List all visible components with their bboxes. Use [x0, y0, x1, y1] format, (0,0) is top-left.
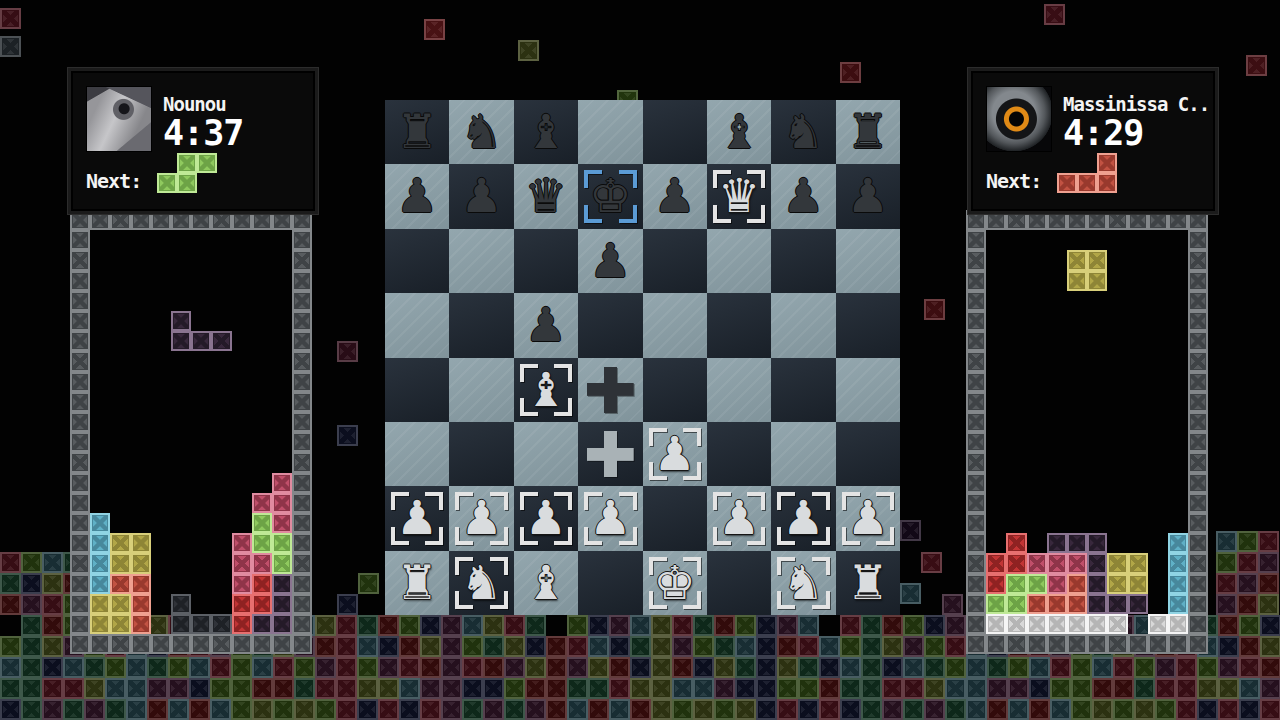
bg-block	[735, 636, 756, 657]
stack-block	[211, 614, 231, 634]
bg-block	[105, 678, 126, 699]
bg-block	[126, 699, 147, 720]
stack-block	[90, 513, 110, 533]
bg-block	[1155, 699, 1176, 720]
bg-block	[126, 678, 147, 699]
cross-marker	[587, 367, 633, 413]
bg-block	[630, 657, 651, 678]
bg-block	[378, 657, 399, 678]
bg-block	[483, 678, 504, 699]
stack-block	[131, 553, 151, 573]
bg-block	[399, 657, 420, 678]
bg-block	[1218, 615, 1239, 636]
bg-block	[1197, 699, 1218, 720]
square-f5[interactable]	[707, 293, 771, 357]
white-rook[interactable]: ♜	[385, 551, 449, 615]
bg-block	[693, 636, 714, 657]
white-rook[interactable]: ♜	[836, 551, 900, 615]
stack-block	[232, 533, 252, 553]
stack-block	[272, 594, 292, 614]
bg-block	[147, 699, 168, 720]
square-g5[interactable]	[771, 293, 835, 357]
square-c1[interactable]: ♝	[514, 551, 578, 615]
stack-block	[232, 614, 252, 634]
bg-block	[1176, 657, 1197, 678]
stack-block	[1006, 553, 1026, 573]
stack-block	[1067, 553, 1087, 573]
square-f7[interactable]: ♛	[707, 164, 771, 228]
bg-block	[357, 678, 378, 699]
bg-block	[861, 615, 882, 636]
white-bishop[interactable]: ♝	[514, 551, 578, 615]
next-piece-block	[1097, 153, 1117, 173]
square-d2[interactable]: ♟	[578, 486, 642, 550]
bg-block	[1258, 594, 1279, 615]
square-b8[interactable]: ♞	[449, 100, 513, 164]
bg-block	[798, 657, 819, 678]
bg-block	[210, 678, 231, 699]
selection-brackets	[455, 492, 507, 544]
wall-block	[70, 271, 90, 291]
bg-block	[756, 678, 777, 699]
square-g7[interactable]: ♟	[771, 164, 835, 228]
bg-block	[1071, 678, 1092, 699]
bg-block	[1216, 594, 1237, 615]
bg-block	[504, 657, 525, 678]
square-a6[interactable]	[385, 229, 449, 293]
square-f1[interactable]	[707, 551, 771, 615]
bg-block	[609, 615, 630, 636]
selection-brackets	[584, 170, 636, 222]
bg-block	[273, 657, 294, 678]
square-f6[interactable]	[707, 229, 771, 293]
square-a7[interactable]: ♟	[385, 164, 449, 228]
bg-block	[840, 636, 861, 657]
square-b2[interactable]: ♟	[449, 486, 513, 550]
square-c8[interactable]: ♝	[514, 100, 578, 164]
bg-block	[378, 636, 399, 657]
player-panel-right: Massinissa C... 4:29 Next:	[968, 68, 1218, 214]
bg-block	[315, 615, 336, 636]
square-c6[interactable]	[514, 229, 578, 293]
bg-block	[189, 657, 210, 678]
bg-block	[1134, 657, 1155, 678]
stack-block	[1107, 553, 1127, 573]
bg-block	[63, 699, 84, 720]
player-name-right: Massinissa C...	[1063, 93, 1209, 115]
square-a1[interactable]: ♜	[385, 551, 449, 615]
wall-block	[292, 412, 312, 432]
black-rook[interactable]: ♜	[385, 100, 449, 164]
wall-block	[70, 412, 90, 432]
bg-block	[1092, 699, 1113, 720]
stack-block	[1006, 614, 1026, 634]
bg-block	[42, 552, 63, 573]
square-g1[interactable]: ♞	[771, 551, 835, 615]
falling-piece-block[interactable]	[1067, 271, 1087, 291]
next-piece-block	[197, 153, 217, 173]
stack-block	[1006, 533, 1026, 553]
bg-block	[735, 615, 756, 636]
stack-block	[1027, 574, 1047, 594]
wall-block	[211, 634, 231, 654]
bg-block	[882, 678, 903, 699]
falling-piece-block[interactable]	[191, 331, 211, 351]
square-e3[interactable]: ♟	[643, 422, 707, 486]
wall-block	[70, 574, 90, 594]
stack-block	[131, 614, 151, 634]
wall-block	[292, 372, 312, 392]
stack-block	[90, 574, 110, 594]
bg-block	[630, 678, 651, 699]
bg-block	[714, 636, 735, 657]
black-bishop[interactable]: ♝	[707, 100, 771, 164]
bg-block	[672, 615, 693, 636]
bg-block	[588, 678, 609, 699]
bg-block	[840, 657, 861, 678]
bg-block	[651, 615, 672, 636]
bg-block	[1239, 636, 1260, 657]
wall-block	[1188, 533, 1208, 553]
square-h2[interactable]: ♟	[836, 486, 900, 550]
bg-block	[1050, 699, 1071, 720]
bg-block	[1155, 657, 1176, 678]
square-e5[interactable]	[643, 293, 707, 357]
square-a8[interactable]: ♜	[385, 100, 449, 164]
stack-block	[131, 574, 151, 594]
black-bishop[interactable]: ♝	[514, 100, 578, 164]
bg-block	[1008, 699, 1029, 720]
bg-block	[168, 699, 189, 720]
bg-block	[441, 657, 462, 678]
stack-block	[110, 553, 130, 573]
wall-block	[252, 634, 272, 654]
bg-block	[0, 636, 21, 657]
bg-block	[966, 699, 987, 720]
bg-block	[337, 425, 358, 446]
wall-block	[966, 533, 986, 553]
bg-block	[483, 615, 504, 636]
wall-block	[131, 634, 151, 654]
square-e7[interactable]: ♟	[643, 164, 707, 228]
bg-block	[609, 699, 630, 720]
bg-block	[168, 678, 189, 699]
bg-block	[84, 699, 105, 720]
bg-block	[921, 552, 942, 573]
bg-block	[567, 615, 588, 636]
black-knight[interactable]: ♞	[449, 100, 513, 164]
next-piece-block	[1057, 173, 1077, 193]
bg-block	[42, 678, 63, 699]
square-e6[interactable]	[643, 229, 707, 293]
square-e4[interactable]	[643, 358, 707, 422]
stack-block	[110, 574, 130, 594]
wall-block	[1027, 634, 1047, 654]
bg-block	[525, 615, 546, 636]
bg-block	[21, 573, 42, 594]
black-rook[interactable]: ♜	[836, 100, 900, 164]
bg-block	[210, 699, 231, 720]
bg-block	[399, 678, 420, 699]
square-d1[interactable]	[578, 551, 642, 615]
square-d5[interactable]	[578, 293, 642, 357]
selection-brackets	[777, 557, 829, 609]
bg-block	[777, 678, 798, 699]
stack-block	[191, 614, 211, 634]
bg-block	[231, 657, 252, 678]
stack-block	[1107, 614, 1127, 634]
bg-block	[651, 699, 672, 720]
square-h4[interactable]	[836, 358, 900, 422]
stack-block	[110, 533, 130, 553]
wall-block	[966, 553, 986, 573]
bg-block	[420, 615, 441, 636]
stack-block	[986, 614, 1006, 634]
bg-block	[462, 699, 483, 720]
selection-brackets	[649, 428, 701, 480]
bg-block	[0, 657, 21, 678]
bg-block	[168, 657, 189, 678]
bg-block	[518, 40, 539, 61]
square-b5[interactable]	[449, 293, 513, 357]
square-c7[interactable]: ♛	[514, 164, 578, 228]
bg-block	[546, 699, 567, 720]
square-c3[interactable]	[514, 422, 578, 486]
wall-block	[1188, 311, 1208, 331]
square-g6[interactable]	[771, 229, 835, 293]
square-b7[interactable]: ♟	[449, 164, 513, 228]
wall-block	[1107, 634, 1127, 654]
bg-block	[693, 699, 714, 720]
falling-piece-block[interactable]	[171, 311, 191, 331]
bg-block	[504, 615, 525, 636]
bg-block	[378, 615, 399, 636]
stack-block	[272, 553, 292, 573]
square-a2[interactable]: ♟	[385, 486, 449, 550]
stack-block	[1027, 553, 1047, 573]
bg-block	[337, 594, 358, 615]
bg-block	[315, 636, 336, 657]
bg-block	[1260, 615, 1280, 636]
black-pawn[interactable]: ♟	[449, 164, 513, 228]
black-pawn[interactable]: ♟	[836, 164, 900, 228]
wall-block	[292, 513, 312, 533]
bg-block	[358, 573, 379, 594]
square-d6[interactable]: ♟	[578, 229, 642, 293]
wall-block	[966, 634, 986, 654]
bg-block	[252, 657, 273, 678]
square-b6[interactable]	[449, 229, 513, 293]
bg-block	[1044, 4, 1065, 25]
bg-block	[945, 657, 966, 678]
bg-block	[1050, 678, 1071, 699]
square-a4[interactable]	[385, 358, 449, 422]
bg-block	[420, 699, 441, 720]
wall-block	[292, 493, 312, 513]
bg-block	[336, 699, 357, 720]
bg-block	[1237, 531, 1258, 552]
bg-block	[945, 678, 966, 699]
square-b4[interactable]	[449, 358, 513, 422]
bg-block	[252, 678, 273, 699]
square-d3[interactable]	[578, 422, 642, 486]
bg-block	[504, 699, 525, 720]
wall-block	[292, 553, 312, 573]
square-b1[interactable]: ♞	[449, 551, 513, 615]
square-d8[interactable]	[578, 100, 642, 164]
stack-block	[110, 594, 130, 614]
stack-block	[252, 513, 272, 533]
bg-block	[462, 636, 483, 657]
bg-block	[105, 699, 126, 720]
square-g4[interactable]	[771, 358, 835, 422]
square-h8[interactable]: ♜	[836, 100, 900, 164]
wall-block	[966, 392, 986, 412]
stack-block	[252, 533, 272, 553]
bg-block	[0, 573, 21, 594]
square-h7[interactable]: ♟	[836, 164, 900, 228]
black-pawn[interactable]: ♟	[771, 164, 835, 228]
stack-block	[252, 493, 272, 513]
bg-block	[546, 678, 567, 699]
bg-block	[567, 636, 588, 657]
square-a5[interactable]	[385, 293, 449, 357]
square-e1[interactable]: ♚	[643, 551, 707, 615]
bg-block	[1216, 531, 1237, 552]
bg-block	[924, 678, 945, 699]
wall-block	[70, 493, 90, 513]
bg-block	[840, 62, 861, 83]
bg-block	[1029, 678, 1050, 699]
black-pawn[interactable]: ♟	[643, 164, 707, 228]
bg-block	[42, 594, 63, 615]
square-f4[interactable]	[707, 358, 771, 422]
wall-block	[70, 331, 90, 351]
wall-block	[966, 311, 986, 331]
square-g2[interactable]: ♟	[771, 486, 835, 550]
bg-block	[861, 699, 882, 720]
bg-block	[336, 678, 357, 699]
wall-block	[966, 614, 986, 634]
bg-block	[777, 636, 798, 657]
wall-block	[1188, 614, 1208, 634]
black-pawn[interactable]: ♟	[514, 293, 578, 357]
stack-block	[131, 594, 151, 614]
bg-block	[924, 699, 945, 720]
wall-block	[292, 634, 312, 654]
next-piece-preview-right	[1057, 153, 1137, 203]
stack-block	[272, 533, 292, 553]
stack-block	[232, 574, 252, 594]
bg-block	[756, 636, 777, 657]
bg-block	[273, 699, 294, 720]
square-e2[interactable]	[643, 486, 707, 550]
square-f3[interactable]	[707, 422, 771, 486]
avatar-left	[86, 86, 152, 152]
black-knight[interactable]: ♞	[771, 100, 835, 164]
black-pawn[interactable]: ♟	[578, 229, 642, 293]
square-h3[interactable]	[836, 422, 900, 486]
square-h1[interactable]: ♜	[836, 551, 900, 615]
wall-block	[292, 614, 312, 634]
bg-block	[294, 699, 315, 720]
falling-piece-block[interactable]	[211, 331, 231, 351]
falling-piece-block[interactable]	[1067, 250, 1087, 270]
wall-block	[70, 372, 90, 392]
bg-block	[1113, 699, 1134, 720]
square-h5[interactable]	[836, 293, 900, 357]
wall-block	[1006, 634, 1026, 654]
bg-block	[1260, 636, 1280, 657]
bg-block	[1218, 636, 1239, 657]
bg-block	[357, 657, 378, 678]
bg-block	[441, 699, 462, 720]
wall-block	[1067, 634, 1087, 654]
falling-piece-block[interactable]	[171, 331, 191, 351]
bg-block	[924, 615, 945, 636]
bg-block	[0, 594, 21, 615]
square-b3[interactable]	[449, 422, 513, 486]
square-c4[interactable]: ♝	[514, 358, 578, 422]
stack-block	[171, 614, 191, 634]
black-pawn[interactable]: ♟	[385, 164, 449, 228]
square-g3[interactable]	[771, 422, 835, 486]
square-g8[interactable]: ♞	[771, 100, 835, 164]
falling-piece-block[interactable]	[1087, 271, 1107, 291]
bg-block	[336, 615, 357, 636]
stack-block	[252, 553, 272, 573]
bg-block	[693, 657, 714, 678]
bg-block	[1218, 678, 1239, 699]
bg-block	[693, 678, 714, 699]
wall-block	[1188, 412, 1208, 432]
falling-piece-block[interactable]	[1087, 250, 1107, 270]
bg-block	[147, 657, 168, 678]
bg-block	[861, 678, 882, 699]
bg-block	[84, 657, 105, 678]
bg-block	[1092, 678, 1113, 699]
bg-block	[147, 678, 168, 699]
bg-block	[777, 615, 798, 636]
bg-block	[441, 636, 462, 657]
square-f8[interactable]: ♝	[707, 100, 771, 164]
square-h6[interactable]	[836, 229, 900, 293]
square-c2[interactable]: ♟	[514, 486, 578, 550]
stack-block	[1006, 594, 1026, 614]
wall-block	[1188, 513, 1208, 533]
square-d4[interactable]	[578, 358, 642, 422]
bg-block	[900, 520, 921, 541]
wall-block	[70, 291, 90, 311]
stack-block	[232, 594, 252, 614]
bg-block	[336, 636, 357, 657]
bg-block	[1008, 657, 1029, 678]
square-f2[interactable]: ♟	[707, 486, 771, 550]
stack-block	[1087, 574, 1107, 594]
bg-block	[924, 636, 945, 657]
square-d7[interactable]: ♚	[578, 164, 642, 228]
wall-block	[292, 291, 312, 311]
bg-block	[0, 699, 21, 720]
square-a3[interactable]	[385, 422, 449, 486]
bg-block	[441, 678, 462, 699]
black-queen[interactable]: ♛	[514, 164, 578, 228]
bg-block	[588, 615, 609, 636]
square-e8[interactable]	[643, 100, 707, 164]
bg-block	[735, 678, 756, 699]
square-c5[interactable]: ♟	[514, 293, 578, 357]
wall-block	[966, 493, 986, 513]
